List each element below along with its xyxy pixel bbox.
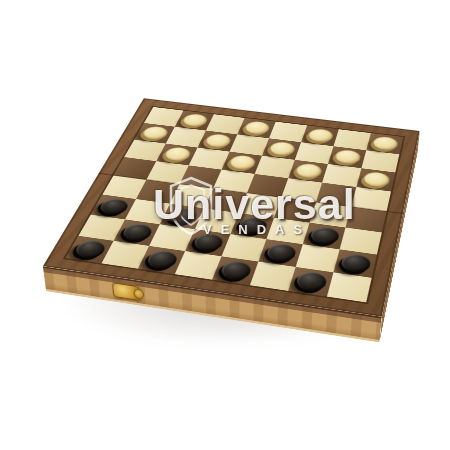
black-piece[interactable] xyxy=(120,223,154,243)
black-piece[interactable] xyxy=(294,271,328,293)
light-piece[interactable] xyxy=(333,149,361,165)
piece-top xyxy=(120,222,154,242)
piece-top xyxy=(309,225,341,245)
piece-side xyxy=(141,251,176,272)
black-piece[interactable] xyxy=(218,260,252,281)
light-piece[interactable] xyxy=(267,141,296,157)
light-piece[interactable] xyxy=(293,163,323,180)
light-piece[interactable] xyxy=(361,171,390,188)
piece-top xyxy=(294,270,328,292)
black-piece[interactable] xyxy=(144,249,179,270)
light-piece[interactable] xyxy=(242,121,271,136)
black-piece[interactable] xyxy=(166,207,199,226)
piece-side xyxy=(291,272,325,294)
piece-top xyxy=(166,206,199,225)
black-piece[interactable] xyxy=(97,198,131,217)
board-grid xyxy=(66,107,404,302)
light-piece[interactable] xyxy=(203,133,233,149)
piece-side xyxy=(69,241,105,262)
piece-top xyxy=(191,232,225,252)
black-piece[interactable] xyxy=(191,233,225,253)
piece-side xyxy=(215,262,249,284)
piece-top xyxy=(72,239,108,259)
light-piece[interactable] xyxy=(306,128,334,143)
black-piece[interactable] xyxy=(236,216,268,235)
checkers-box xyxy=(43,98,420,317)
piece-top xyxy=(218,259,252,280)
black-piece[interactable] xyxy=(339,253,371,274)
piece-top xyxy=(144,249,179,270)
black-piece[interactable] xyxy=(308,226,340,246)
light-piece[interactable] xyxy=(140,126,170,141)
light-piece[interactable] xyxy=(227,154,257,171)
brass-clasp-icon[interactable] xyxy=(112,282,140,300)
light-piece[interactable] xyxy=(180,113,209,128)
black-piece[interactable] xyxy=(72,239,108,259)
square-r8c8[interactable] xyxy=(327,272,372,302)
light-piece[interactable] xyxy=(371,136,398,152)
piece-top xyxy=(97,197,131,215)
black-piece[interactable] xyxy=(264,243,297,264)
piece-top xyxy=(236,216,268,235)
piece-top xyxy=(264,242,297,263)
light-piece[interactable] xyxy=(162,146,193,162)
piece-top xyxy=(339,252,371,273)
square-r8c7[interactable] xyxy=(288,267,333,297)
